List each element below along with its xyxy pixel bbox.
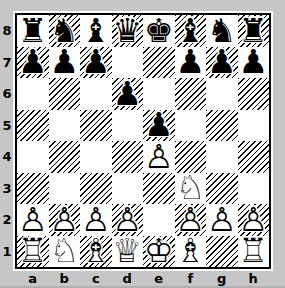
piece-glyph: ♔ (144, 234, 174, 267)
black-king[interactable]: ♚♚ (143, 15, 175, 47)
piece-glyph: ♗ (175, 234, 205, 267)
file-label-a: a (17, 270, 49, 286)
square-c1[interactable]: ♝♗ (80, 236, 112, 268)
file-label-g: g (206, 270, 238, 286)
piece-glyph: ♘ (49, 234, 79, 267)
rank-label-5: 5 (0, 110, 14, 142)
file-labels: abcdefgh (17, 270, 269, 286)
square-d6[interactable]: ♟♟ (112, 78, 144, 110)
square-c4[interactable] (80, 141, 112, 173)
black-pawn[interactable]: ♟♟ (80, 47, 112, 79)
file-label-h: h (238, 270, 270, 286)
square-e1[interactable]: ♚♔ (143, 236, 175, 268)
white-bishop[interactable]: ♝♗ (175, 236, 207, 268)
square-b5[interactable] (49, 110, 81, 142)
square-c6[interactable] (80, 78, 112, 110)
white-pawn[interactable]: ♟♙ (206, 204, 238, 236)
rank-label-4: 4 (0, 141, 14, 173)
rank-label-2: 2 (0, 204, 14, 236)
file-label-b: b (49, 270, 81, 286)
black-pawn[interactable]: ♟♟ (17, 47, 49, 79)
piece-glyph: ♛ (112, 14, 142, 47)
black-queen[interactable]: ♛♛ (112, 15, 144, 47)
piece-glyph: ♚ (144, 14, 174, 47)
rank-label-1: 1 (0, 236, 14, 268)
piece-glyph: ♟ (49, 45, 79, 78)
black-pawn[interactable]: ♟♟ (206, 47, 238, 79)
rank-label-8: 8 (0, 15, 14, 47)
white-rook[interactable]: ♜♖ (17, 236, 49, 268)
black-pawn[interactable]: ♟♟ (175, 47, 207, 79)
square-h7[interactable]: ♟♟ (238, 47, 270, 79)
file-label-d: d (112, 270, 144, 286)
white-knight[interactable]: ♞♘ (49, 236, 81, 268)
square-d5[interactable] (112, 110, 144, 142)
rank-label-6: 6 (0, 78, 14, 110)
square-a1[interactable]: ♜♖ (17, 236, 49, 268)
square-h1[interactable]: ♜♖ (238, 236, 270, 268)
white-pawn[interactable]: ♟♙ (143, 141, 175, 173)
white-bishop[interactable]: ♝♗ (80, 236, 112, 268)
piece-glyph: ♙ (207, 203, 237, 236)
square-d4[interactable] (112, 141, 144, 173)
square-g1[interactable] (206, 236, 238, 268)
piece-glyph: ♟ (207, 45, 237, 78)
black-pawn[interactable]: ♟♟ (112, 78, 144, 110)
square-e4[interactable]: ♟♙ (143, 141, 175, 173)
square-a7[interactable]: ♟♟ (17, 47, 49, 79)
piece-glyph: ♟ (112, 77, 142, 110)
file-label-e: e (143, 270, 175, 286)
square-g4[interactable] (206, 141, 238, 173)
square-g6[interactable] (206, 78, 238, 110)
piece-glyph: ♟ (238, 45, 268, 78)
rank-label-3: 3 (0, 173, 14, 205)
square-h4[interactable] (238, 141, 270, 173)
square-b1[interactable]: ♞♘ (49, 236, 81, 268)
chess-diagram: 87654321 ♜♜♞♞♝♝♛♛♚♚♝♝♞♞♜♜♟♟♟♟♟♟♟♟♟♟♟♟♟♟♟… (0, 0, 285, 288)
square-e3[interactable] (143, 173, 175, 205)
square-f1[interactable]: ♝♗ (175, 236, 207, 268)
square-c5[interactable] (80, 110, 112, 142)
square-e7[interactable] (143, 47, 175, 79)
rank-labels: 87654321 (0, 15, 14, 267)
piece-glyph: ♕ (112, 234, 142, 267)
piece-glyph: ♙ (144, 140, 174, 173)
piece-glyph: ♟ (18, 45, 48, 78)
square-f7[interactable]: ♟♟ (175, 47, 207, 79)
square-g7[interactable]: ♟♟ (206, 47, 238, 79)
piece-glyph: ♗ (81, 234, 111, 267)
square-c7[interactable]: ♟♟ (80, 47, 112, 79)
chess-board[interactable]: ♜♜♞♞♝♝♛♛♚♚♝♝♞♞♜♜♟♟♟♟♟♟♟♟♟♟♟♟♟♟♟♟♟♙♞♘♟♙♟♙… (15, 13, 271, 269)
piece-glyph: ♟ (81, 45, 111, 78)
square-h5[interactable] (238, 110, 270, 142)
square-a5[interactable] (17, 110, 49, 142)
square-b7[interactable]: ♟♟ (49, 47, 81, 79)
square-h6[interactable] (238, 78, 270, 110)
file-label-c: c (80, 270, 112, 286)
white-queen[interactable]: ♛♕ (112, 236, 144, 268)
black-pawn[interactable]: ♟♟ (238, 47, 270, 79)
square-f5[interactable] (175, 110, 207, 142)
black-pawn[interactable]: ♟♟ (49, 47, 81, 79)
white-king[interactable]: ♚♔ (143, 236, 175, 268)
square-g2[interactable]: ♟♙ (206, 204, 238, 236)
white-rook[interactable]: ♜♖ (238, 236, 270, 268)
square-g5[interactable] (206, 110, 238, 142)
rank-label-7: 7 (0, 47, 14, 79)
piece-glyph: ♟ (175, 45, 205, 78)
square-a4[interactable] (17, 141, 49, 173)
square-a6[interactable] (17, 78, 49, 110)
square-b4[interactable] (49, 141, 81, 173)
square-b6[interactable] (49, 78, 81, 110)
square-f6[interactable] (175, 78, 207, 110)
board-frame: ♜♜♞♞♝♝♛♛♚♚♝♝♞♞♜♜♟♟♟♟♟♟♟♟♟♟♟♟♟♟♟♟♟♙♞♘♟♙♟♙… (13, 11, 273, 271)
square-d1[interactable]: ♛♕ (112, 236, 144, 268)
square-d8[interactable]: ♛♛ (112, 15, 144, 47)
piece-glyph: ♖ (18, 234, 48, 267)
file-label-f: f (175, 270, 207, 286)
square-e8[interactable]: ♚♚ (143, 15, 175, 47)
piece-glyph: ♖ (238, 234, 268, 267)
